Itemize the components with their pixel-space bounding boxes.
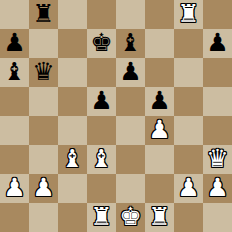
square-a5[interactable] bbox=[0, 87, 29, 116]
black-bishop-piece: ♝ bbox=[119, 29, 141, 57]
square-g4[interactable] bbox=[174, 116, 203, 145]
white-rook-piece: ♜ bbox=[148, 203, 170, 231]
black-pawn-piece: ♟ bbox=[3, 29, 25, 57]
white-king-piece: ♚ bbox=[119, 203, 141, 231]
black-pawn-piece: ♟ bbox=[148, 87, 170, 115]
square-c4[interactable] bbox=[58, 116, 87, 145]
square-f6[interactable] bbox=[145, 58, 174, 87]
square-b7[interactable] bbox=[29, 29, 58, 58]
chess-board: ♜♜♟♚♝♟♝♛♟♟♟♟♝♝♛♟♟♟♟♜♚♜ bbox=[0, 0, 232, 232]
square-f2[interactable] bbox=[145, 174, 174, 203]
square-f8[interactable] bbox=[145, 0, 174, 29]
white-queen-piece: ♛ bbox=[206, 145, 228, 173]
square-h1[interactable] bbox=[203, 203, 232, 232]
black-king-piece: ♚ bbox=[90, 29, 112, 57]
square-d1[interactable]: ♜ bbox=[87, 203, 116, 232]
square-b8[interactable]: ♜ bbox=[29, 0, 58, 29]
square-d5[interactable]: ♟ bbox=[87, 87, 116, 116]
square-g6[interactable] bbox=[174, 58, 203, 87]
square-e4[interactable] bbox=[116, 116, 145, 145]
square-e5[interactable] bbox=[116, 87, 145, 116]
square-a3[interactable] bbox=[0, 145, 29, 174]
square-a7[interactable]: ♟ bbox=[0, 29, 29, 58]
square-g7[interactable] bbox=[174, 29, 203, 58]
white-pawn-piece: ♟ bbox=[32, 174, 54, 202]
square-f1[interactable]: ♜ bbox=[145, 203, 174, 232]
black-bishop-piece: ♝ bbox=[3, 58, 25, 86]
black-pawn-piece: ♟ bbox=[119, 58, 141, 86]
white-pawn-piece: ♟ bbox=[3, 174, 25, 202]
white-bishop-piece: ♝ bbox=[90, 145, 112, 173]
square-d3[interactable]: ♝ bbox=[87, 145, 116, 174]
white-pawn-piece: ♟ bbox=[148, 116, 170, 144]
square-h5[interactable] bbox=[203, 87, 232, 116]
square-d7[interactable]: ♚ bbox=[87, 29, 116, 58]
black-rook-piece: ♜ bbox=[32, 0, 54, 28]
white-bishop-piece: ♝ bbox=[61, 145, 83, 173]
square-a1[interactable] bbox=[0, 203, 29, 232]
square-c7[interactable] bbox=[58, 29, 87, 58]
white-pawn-piece: ♟ bbox=[206, 174, 228, 202]
square-h2[interactable]: ♟ bbox=[203, 174, 232, 203]
square-c1[interactable] bbox=[58, 203, 87, 232]
black-queen-piece: ♛ bbox=[32, 58, 54, 86]
white-rook-piece: ♜ bbox=[177, 0, 199, 28]
square-e2[interactable] bbox=[116, 174, 145, 203]
square-b4[interactable] bbox=[29, 116, 58, 145]
square-g2[interactable]: ♟ bbox=[174, 174, 203, 203]
square-h6[interactable] bbox=[203, 58, 232, 87]
square-f3[interactable] bbox=[145, 145, 174, 174]
square-h8[interactable] bbox=[203, 0, 232, 29]
square-d8[interactable] bbox=[87, 0, 116, 29]
square-g8[interactable]: ♜ bbox=[174, 0, 203, 29]
square-f5[interactable]: ♟ bbox=[145, 87, 174, 116]
square-b6[interactable]: ♛ bbox=[29, 58, 58, 87]
white-pawn-piece: ♟ bbox=[177, 174, 199, 202]
square-h4[interactable] bbox=[203, 116, 232, 145]
white-rook-piece: ♜ bbox=[90, 203, 112, 231]
black-pawn-piece: ♟ bbox=[206, 29, 228, 57]
square-d6[interactable] bbox=[87, 58, 116, 87]
square-e3[interactable] bbox=[116, 145, 145, 174]
square-f7[interactable] bbox=[145, 29, 174, 58]
square-b5[interactable] bbox=[29, 87, 58, 116]
square-b3[interactable] bbox=[29, 145, 58, 174]
square-c3[interactable]: ♝ bbox=[58, 145, 87, 174]
square-f4[interactable]: ♟ bbox=[145, 116, 174, 145]
square-a4[interactable] bbox=[0, 116, 29, 145]
square-c2[interactable] bbox=[58, 174, 87, 203]
square-h7[interactable]: ♟ bbox=[203, 29, 232, 58]
square-d4[interactable] bbox=[87, 116, 116, 145]
square-c5[interactable] bbox=[58, 87, 87, 116]
square-e7[interactable]: ♝ bbox=[116, 29, 145, 58]
square-g5[interactable] bbox=[174, 87, 203, 116]
square-c6[interactable] bbox=[58, 58, 87, 87]
black-pawn-piece: ♟ bbox=[90, 87, 112, 115]
square-e8[interactable] bbox=[116, 0, 145, 29]
square-g1[interactable] bbox=[174, 203, 203, 232]
square-a2[interactable]: ♟ bbox=[0, 174, 29, 203]
square-c8[interactable] bbox=[58, 0, 87, 29]
square-a8[interactable] bbox=[0, 0, 29, 29]
square-b2[interactable]: ♟ bbox=[29, 174, 58, 203]
square-e1[interactable]: ♚ bbox=[116, 203, 145, 232]
square-b1[interactable] bbox=[29, 203, 58, 232]
square-a6[interactable]: ♝ bbox=[0, 58, 29, 87]
square-h3[interactable]: ♛ bbox=[203, 145, 232, 174]
square-d2[interactable] bbox=[87, 174, 116, 203]
square-e6[interactable]: ♟ bbox=[116, 58, 145, 87]
square-g3[interactable] bbox=[174, 145, 203, 174]
